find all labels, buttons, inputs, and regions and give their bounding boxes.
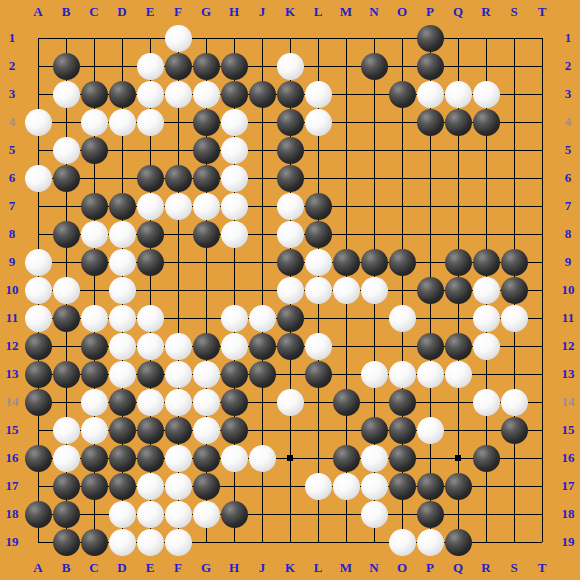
white-stone-E18	[136, 500, 164, 528]
column-labels-bottom: ABCDEFGHJKLMNOPQRST	[24, 556, 556, 580]
white-stone	[193, 389, 220, 416]
intersection-O5[interactable]	[388, 136, 416, 164]
intersection-L1[interactable]	[304, 24, 332, 52]
black-stone	[221, 389, 248, 416]
white-stone	[193, 193, 220, 220]
black-stone	[417, 501, 444, 528]
intersection-S18[interactable]	[500, 500, 528, 528]
white-stone-F17	[164, 472, 192, 500]
black-stone-P2	[416, 52, 444, 80]
intersection-J1[interactable]	[248, 24, 276, 52]
white-stone-L17	[304, 472, 332, 500]
intersection-F10[interactable]	[164, 276, 192, 304]
black-stone-G5	[192, 136, 220, 164]
white-stone	[221, 165, 248, 192]
black-stone-C16	[80, 444, 108, 472]
white-stone-P19	[416, 528, 444, 556]
white-stone-K8	[276, 220, 304, 248]
black-stone-H2	[220, 52, 248, 80]
intersection-T8[interactable]	[528, 220, 556, 248]
white-stone-G3	[192, 80, 220, 108]
white-stone-N18	[360, 500, 388, 528]
intersection-T1[interactable]	[528, 24, 556, 52]
intersection-G19[interactable]	[192, 528, 220, 556]
intersection-H10[interactable]	[220, 276, 248, 304]
intersection-J15[interactable]	[248, 416, 276, 444]
intersection-O8[interactable]	[388, 220, 416, 248]
row-label-13: 13	[0, 360, 24, 388]
intersection-M3[interactable]	[332, 80, 360, 108]
intersection-K19[interactable]	[276, 528, 304, 556]
intersection-T13[interactable]	[528, 360, 556, 388]
white-stone-H5	[220, 136, 248, 164]
black-stone	[81, 529, 108, 556]
white-stone	[165, 529, 192, 556]
row-label-3: 3	[0, 80, 24, 108]
black-stone-C7	[80, 192, 108, 220]
intersection-F11[interactable]	[164, 304, 192, 332]
intersection-L15[interactable]	[304, 416, 332, 444]
white-stone-F13	[164, 360, 192, 388]
white-stone	[221, 305, 248, 332]
intersection-H19[interactable]	[220, 528, 248, 556]
white-stone-R12	[472, 332, 500, 360]
black-stone-S10	[500, 276, 528, 304]
white-stone-L3	[304, 80, 332, 108]
intersection-Q8[interactable]	[444, 220, 472, 248]
white-stone-M10	[332, 276, 360, 304]
intersection-H9[interactable]	[220, 248, 248, 276]
black-stone-B2	[52, 52, 80, 80]
intersection-O10[interactable]	[388, 276, 416, 304]
intersection-J10[interactable]	[248, 276, 276, 304]
intersection-S16[interactable]	[500, 444, 528, 472]
black-stone-P12	[416, 332, 444, 360]
black-stone-H14	[220, 388, 248, 416]
intersection-J18[interactable]	[248, 500, 276, 528]
intersection-C18[interactable]	[80, 500, 108, 528]
intersection-P5[interactable]	[416, 136, 444, 164]
intersection-A3[interactable]	[24, 80, 52, 108]
intersection-T2[interactable]	[528, 52, 556, 80]
intersection-Q2[interactable]	[444, 52, 472, 80]
intersection-R15[interactable]	[472, 416, 500, 444]
row-label-6: 6	[556, 164, 580, 192]
white-stone	[137, 389, 164, 416]
black-stone	[501, 249, 528, 276]
black-stone	[165, 417, 192, 444]
intersection-B12[interactable]	[52, 332, 80, 360]
intersection-M6[interactable]	[332, 164, 360, 192]
white-stone-N16	[360, 444, 388, 472]
intersection-T17[interactable]	[528, 472, 556, 500]
col-label-N: N	[360, 0, 388, 24]
intersection-G1[interactable]	[192, 24, 220, 52]
intersection-N19[interactable]	[360, 528, 388, 556]
intersection-M8[interactable]	[332, 220, 360, 248]
white-stone-Q13	[444, 360, 472, 388]
white-stone	[109, 221, 136, 248]
black-stone	[53, 529, 80, 556]
intersection-R5[interactable]	[472, 136, 500, 164]
row-label-16: 16	[556, 444, 580, 472]
white-stone	[305, 81, 332, 108]
intersection-O1[interactable]	[388, 24, 416, 52]
intersection-P16[interactable]	[416, 444, 444, 472]
intersection-M12[interactable]	[332, 332, 360, 360]
intersection-G11[interactable]	[192, 304, 220, 332]
white-stone	[137, 109, 164, 136]
black-stone	[109, 389, 136, 416]
white-stone	[81, 109, 108, 136]
intersection-L18[interactable]	[304, 500, 332, 528]
white-stone-E7	[136, 192, 164, 220]
intersection-S12[interactable]	[500, 332, 528, 360]
intersection-S5[interactable]	[500, 136, 528, 164]
black-stone-P10	[416, 276, 444, 304]
intersection-K18[interactable]	[276, 500, 304, 528]
black-stone	[193, 53, 220, 80]
black-stone-E16	[136, 444, 164, 472]
intersection-A17[interactable]	[24, 472, 52, 500]
white-stone	[389, 529, 416, 556]
intersection-K1[interactable]	[276, 24, 304, 52]
black-stone-L13	[304, 360, 332, 388]
intersection-M5[interactable]	[332, 136, 360, 164]
intersection-R8[interactable]	[472, 220, 500, 248]
intersection-A1[interactable]	[24, 24, 52, 52]
intersection-M18[interactable]	[332, 500, 360, 528]
intersection-C1[interactable]	[80, 24, 108, 52]
intersection-F5[interactable]	[164, 136, 192, 164]
white-stone	[249, 305, 276, 332]
black-stone-B17	[52, 472, 80, 500]
row-label-2: 2	[556, 52, 580, 80]
intersection-M2[interactable]	[332, 52, 360, 80]
intersection-B14[interactable]	[52, 388, 80, 416]
black-stone	[333, 445, 360, 472]
row-label-10: 10	[556, 276, 580, 304]
intersection-O18[interactable]	[388, 500, 416, 528]
intersection-B7[interactable]	[52, 192, 80, 220]
intersection-D1[interactable]	[108, 24, 136, 52]
intersection-S3[interactable]	[500, 80, 528, 108]
intersection-J19[interactable]	[248, 528, 276, 556]
white-stone	[137, 305, 164, 332]
intersection-M13[interactable]	[332, 360, 360, 388]
intersection-J5[interactable]	[248, 136, 276, 164]
white-stone-D13	[108, 360, 136, 388]
white-stone-C14	[80, 388, 108, 416]
intersection-Q11[interactable]	[444, 304, 472, 332]
intersection-O4[interactable]	[388, 108, 416, 136]
intersection-G9[interactable]	[192, 248, 220, 276]
intersection-L19[interactable]	[304, 528, 332, 556]
intersection-T15[interactable]	[528, 416, 556, 444]
col-label-H: H	[220, 556, 248, 580]
intersection-R17[interactable]	[472, 472, 500, 500]
intersection-K17[interactable]	[276, 472, 304, 500]
intersection-G10[interactable]	[192, 276, 220, 304]
black-stone	[137, 249, 164, 276]
intersection-B1[interactable]	[52, 24, 80, 52]
white-stone	[109, 249, 136, 276]
col-label-E: E	[136, 556, 164, 580]
col-label-P: P	[416, 556, 444, 580]
intersection-T7[interactable]	[528, 192, 556, 220]
intersection-D6[interactable]	[108, 164, 136, 192]
black-stone	[109, 193, 136, 220]
intersection-M19[interactable]	[332, 528, 360, 556]
intersection-K15[interactable]	[276, 416, 304, 444]
intersection-J9[interactable]	[248, 248, 276, 276]
white-stone-S11	[500, 304, 528, 332]
intersection-M7[interactable]	[332, 192, 360, 220]
intersection-A5[interactable]	[24, 136, 52, 164]
intersection-S4[interactable]	[500, 108, 528, 136]
intersection-F8[interactable]	[164, 220, 192, 248]
intersection-T5[interactable]	[528, 136, 556, 164]
intersection-M15[interactable]	[332, 416, 360, 444]
intersection-A15[interactable]	[24, 416, 52, 444]
intersection-K16[interactable]	[276, 444, 304, 472]
white-stone	[81, 305, 108, 332]
black-stone	[249, 361, 276, 388]
intersection-M11[interactable]	[332, 304, 360, 332]
white-stone-A10	[24, 276, 52, 304]
intersection-J14[interactable]	[248, 388, 276, 416]
intersection-O6[interactable]	[388, 164, 416, 192]
intersection-T16[interactable]	[528, 444, 556, 472]
intersection-E10[interactable]	[136, 276, 164, 304]
black-stone-Q19	[444, 528, 472, 556]
black-stone-B11	[52, 304, 80, 332]
white-stone	[81, 389, 108, 416]
intersection-K13[interactable]	[276, 360, 304, 388]
black-stone	[501, 417, 528, 444]
intersection-S13[interactable]	[500, 360, 528, 388]
intersection-R6[interactable]	[472, 164, 500, 192]
row-label-8: 8	[0, 220, 24, 248]
intersection-F9[interactable]	[164, 248, 192, 276]
intersection-T4[interactable]	[528, 108, 556, 136]
intersection-S1[interactable]	[500, 24, 528, 52]
intersection-N7[interactable]	[360, 192, 388, 220]
intersection-P9[interactable]	[416, 248, 444, 276]
intersection-T10[interactable]	[528, 276, 556, 304]
white-stone	[417, 361, 444, 388]
intersection-L11[interactable]	[304, 304, 332, 332]
black-stone-A16	[24, 444, 52, 472]
row-label-7: 7	[556, 192, 580, 220]
black-stone	[417, 109, 444, 136]
intersection-C10[interactable]	[80, 276, 108, 304]
row-label-4: 4	[0, 108, 24, 136]
intersection-T6[interactable]	[528, 164, 556, 192]
intersection-N4[interactable]	[360, 108, 388, 136]
black-stone	[305, 361, 332, 388]
intersection-R7[interactable]	[472, 192, 500, 220]
white-stone-F16	[164, 444, 192, 472]
white-stone-G15	[192, 416, 220, 444]
intersection-N12[interactable]	[360, 332, 388, 360]
white-stone-L12	[304, 332, 332, 360]
intersection-T19[interactable]	[528, 528, 556, 556]
black-stone-O17	[388, 472, 416, 500]
white-stone-H16	[220, 444, 248, 472]
intersection-J6[interactable]	[248, 164, 276, 192]
intersection-Q1[interactable]	[444, 24, 472, 52]
black-stone	[81, 249, 108, 276]
black-stone-H18	[220, 500, 248, 528]
intersection-P8[interactable]	[416, 220, 444, 248]
intersection-O2[interactable]	[388, 52, 416, 80]
white-stone-C15	[80, 416, 108, 444]
intersection-E5[interactable]	[136, 136, 164, 164]
black-stone-C13	[80, 360, 108, 388]
intersection-S19[interactable]	[500, 528, 528, 556]
col-label-Q: Q	[444, 556, 472, 580]
intersection-J4[interactable]	[248, 108, 276, 136]
intersection-S6[interactable]	[500, 164, 528, 192]
black-stone	[221, 417, 248, 444]
intersection-M4[interactable]	[332, 108, 360, 136]
intersection-D5[interactable]	[108, 136, 136, 164]
white-stone	[501, 389, 528, 416]
intersection-Q5[interactable]	[444, 136, 472, 164]
black-stone-E13	[136, 360, 164, 388]
white-stone	[53, 277, 80, 304]
intersection-A2[interactable]	[24, 52, 52, 80]
row-label-11: 11	[556, 304, 580, 332]
black-stone	[137, 221, 164, 248]
intersection-N6[interactable]	[360, 164, 388, 192]
intersection-C6[interactable]	[80, 164, 108, 192]
black-stone	[277, 165, 304, 192]
intersection-P11[interactable]	[416, 304, 444, 332]
intersection-T9[interactable]	[528, 248, 556, 276]
intersection-J2[interactable]	[248, 52, 276, 80]
intersection-B9[interactable]	[52, 248, 80, 276]
white-stone-C11	[80, 304, 108, 332]
intersection-N1[interactable]	[360, 24, 388, 52]
white-stone	[137, 81, 164, 108]
intersection-S2[interactable]	[500, 52, 528, 80]
intersection-J8[interactable]	[248, 220, 276, 248]
intersection-L16[interactable]	[304, 444, 332, 472]
intersection-Q15[interactable]	[444, 416, 472, 444]
intersection-B4[interactable]	[52, 108, 80, 136]
intersection-L14[interactable]	[304, 388, 332, 416]
intersection-S17[interactable]	[500, 472, 528, 500]
intersection-T3[interactable]	[528, 80, 556, 108]
black-stone-Q12	[444, 332, 472, 360]
intersection-P7[interactable]	[416, 192, 444, 220]
intersection-Q16[interactable]	[444, 444, 472, 472]
white-stone-O19	[388, 528, 416, 556]
intersection-H1[interactable]	[220, 24, 248, 52]
black-stone-F6	[164, 164, 192, 192]
white-stone	[81, 417, 108, 444]
white-stone	[137, 529, 164, 556]
intersection-D2[interactable]	[108, 52, 136, 80]
white-stone-H6	[220, 164, 248, 192]
intersection-J7[interactable]	[248, 192, 276, 220]
black-stone	[53, 221, 80, 248]
intersection-L2[interactable]	[304, 52, 332, 80]
intersection-T12[interactable]	[528, 332, 556, 360]
col-label-K: K	[276, 556, 304, 580]
white-stone	[109, 361, 136, 388]
intersection-N11[interactable]	[360, 304, 388, 332]
intersection-T18[interactable]	[528, 500, 556, 528]
intersection-R1[interactable]	[472, 24, 500, 52]
col-label-C: C	[80, 0, 108, 24]
black-stone	[165, 165, 192, 192]
white-stone	[165, 361, 192, 388]
black-stone-D3	[108, 80, 136, 108]
white-stone-G14	[192, 388, 220, 416]
intersection-O7[interactable]	[388, 192, 416, 220]
black-stone	[137, 417, 164, 444]
white-stone-D4	[108, 108, 136, 136]
black-stone	[193, 109, 220, 136]
black-stone-Q9	[444, 248, 472, 276]
intersection-F4[interactable]	[164, 108, 192, 136]
intersection-Q6[interactable]	[444, 164, 472, 192]
intersection-T11[interactable]	[528, 304, 556, 332]
black-stone-J3	[248, 80, 276, 108]
black-stone	[417, 277, 444, 304]
intersection-H17[interactable]	[220, 472, 248, 500]
intersection-L5[interactable]	[304, 136, 332, 164]
intersection-N14[interactable]	[360, 388, 388, 416]
intersection-P6[interactable]	[416, 164, 444, 192]
intersection-N5[interactable]	[360, 136, 388, 164]
intersection-S7[interactable]	[500, 192, 528, 220]
intersection-L6[interactable]	[304, 164, 332, 192]
black-stone	[445, 473, 472, 500]
intersection-N3[interactable]	[360, 80, 388, 108]
row-label-14: 14	[556, 388, 580, 416]
intersection-A19[interactable]	[24, 528, 52, 556]
intersection-R13[interactable]	[472, 360, 500, 388]
intersection-A8[interactable]	[24, 220, 52, 248]
black-stone	[277, 81, 304, 108]
intersection-M1[interactable]	[332, 24, 360, 52]
intersection-E1[interactable]	[136, 24, 164, 52]
intersection-R19[interactable]	[472, 528, 500, 556]
intersection-N8[interactable]	[360, 220, 388, 248]
col-label-M: M	[332, 556, 360, 580]
black-stone-R16	[472, 444, 500, 472]
intersection-Q14[interactable]	[444, 388, 472, 416]
intersection-A7[interactable]	[24, 192, 52, 220]
intersection-R2[interactable]	[472, 52, 500, 80]
row-label-11: 11	[0, 304, 24, 332]
intersection-T14[interactable]	[528, 388, 556, 416]
intersection-Q18[interactable]	[444, 500, 472, 528]
black-stone-C12	[80, 332, 108, 360]
intersection-C2[interactable]	[80, 52, 108, 80]
intersection-P14[interactable]	[416, 388, 444, 416]
intersection-O12[interactable]	[388, 332, 416, 360]
black-stone	[137, 361, 164, 388]
intersection-Q7[interactable]	[444, 192, 472, 220]
intersection-J17[interactable]	[248, 472, 276, 500]
intersection-R18[interactable]	[472, 500, 500, 528]
intersection-S8[interactable]	[500, 220, 528, 248]
